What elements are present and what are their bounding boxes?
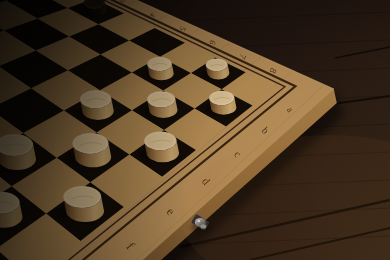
checkers-board-photo: abcdef876543 [0, 0, 390, 260]
photo-checkerboard-scene: abcdef876543 [0, 0, 390, 260]
corner-shadow-overlay [0, 0, 390, 260]
